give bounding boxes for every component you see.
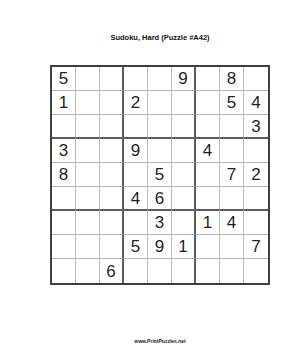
cell-r9c7[interactable]	[196, 259, 220, 283]
cell-r1c9[interactable]	[244, 67, 268, 91]
cell-r1c2[interactable]	[76, 67, 100, 91]
cell-r8c5: 9	[148, 235, 172, 259]
cell-r4c3[interactable]	[100, 139, 124, 163]
cell-r4c9[interactable]	[244, 139, 268, 163]
cell-r2c2[interactable]	[76, 91, 100, 115]
cell-r8c3[interactable]	[100, 235, 124, 259]
cell-r3c4[interactable]	[124, 115, 148, 139]
cell-r5c4[interactable]	[124, 163, 148, 187]
footer-url: www.PrintPuzzles.net	[20, 338, 301, 344]
cell-r6c6[interactable]	[172, 187, 196, 211]
cell-r8c1[interactable]	[52, 235, 76, 259]
cell-r4c1: 3	[52, 139, 76, 163]
cell-r1c6: 9	[172, 67, 196, 91]
cell-r4c7: 4	[196, 139, 220, 163]
cell-r3c5[interactable]	[148, 115, 172, 139]
cell-r5c3[interactable]	[100, 163, 124, 187]
cell-r1c5[interactable]	[148, 67, 172, 91]
cell-r2c5[interactable]	[148, 91, 172, 115]
cell-r7c3[interactable]	[100, 211, 124, 235]
cell-r8c6: 1	[172, 235, 196, 259]
cell-r3c6[interactable]	[172, 115, 196, 139]
cell-r8c8[interactable]	[220, 235, 244, 259]
cell-r7c4[interactable]	[124, 211, 148, 235]
cell-r8c9: 7	[244, 235, 268, 259]
cell-r5c6[interactable]	[172, 163, 196, 187]
cell-r9c8[interactable]	[220, 259, 244, 283]
cell-r3c2[interactable]	[76, 115, 100, 139]
cell-r9c3: 6	[100, 259, 124, 283]
cell-r4c2[interactable]	[76, 139, 100, 163]
cell-r1c3[interactable]	[100, 67, 124, 91]
cell-r2c8: 5	[220, 91, 244, 115]
cell-r7c5: 3	[148, 211, 172, 235]
cell-r7c6[interactable]	[172, 211, 196, 235]
cell-r5c5: 5	[148, 163, 172, 187]
cell-r6c3[interactable]	[100, 187, 124, 211]
cell-r5c2[interactable]	[76, 163, 100, 187]
cell-r5c8: 7	[220, 163, 244, 187]
cell-r1c8: 8	[220, 67, 244, 91]
cell-r2c6[interactable]	[172, 91, 196, 115]
cell-r7c7: 1	[196, 211, 220, 235]
cell-r6c7[interactable]	[196, 187, 220, 211]
cell-r8c7[interactable]	[196, 235, 220, 259]
cell-r2c3[interactable]	[100, 91, 124, 115]
cell-r1c1: 5	[52, 67, 76, 91]
cell-r1c7[interactable]	[196, 67, 220, 91]
cell-r7c9[interactable]	[244, 211, 268, 235]
cell-r4c5[interactable]	[148, 139, 172, 163]
cell-r2c7[interactable]	[196, 91, 220, 115]
cell-r4c8[interactable]	[220, 139, 244, 163]
cell-r7c1[interactable]	[52, 211, 76, 235]
cell-r7c8: 4	[220, 211, 244, 235]
cell-r5c1: 8	[52, 163, 76, 187]
cell-r3c9: 3	[244, 115, 268, 139]
cell-r6c8[interactable]	[220, 187, 244, 211]
page: Sudoku, Hard (Puzzle #A42) 5981254339485…	[20, 0, 301, 363]
cell-r3c1[interactable]	[52, 115, 76, 139]
cell-r6c9[interactable]	[244, 187, 268, 211]
sudoku-board: 5981254339485724631459176	[50, 65, 270, 285]
cell-r4c6[interactable]	[172, 139, 196, 163]
cell-r9c9[interactable]	[244, 259, 268, 283]
cell-r9c1[interactable]	[52, 259, 76, 283]
cell-r8c2[interactable]	[76, 235, 100, 259]
cell-r5c9: 2	[244, 163, 268, 187]
cell-r4c4: 9	[124, 139, 148, 163]
cell-r3c3[interactable]	[100, 115, 124, 139]
cell-r2c1: 1	[52, 91, 76, 115]
cell-r9c4[interactable]	[124, 259, 148, 283]
cell-r3c8[interactable]	[220, 115, 244, 139]
cell-r6c1[interactable]	[52, 187, 76, 211]
cell-r2c9: 4	[244, 91, 268, 115]
cell-r6c5: 6	[148, 187, 172, 211]
cell-r8c4: 5	[124, 235, 148, 259]
cell-r9c6[interactable]	[172, 259, 196, 283]
cell-r5c7[interactable]	[196, 163, 220, 187]
cell-r1c4[interactable]	[124, 67, 148, 91]
cell-r3c7[interactable]	[196, 115, 220, 139]
cell-r9c2[interactable]	[76, 259, 100, 283]
puzzle-title: Sudoku, Hard (Puzzle #A42)	[20, 33, 301, 42]
cell-r7c2[interactable]	[76, 211, 100, 235]
cell-r9c5[interactable]	[148, 259, 172, 283]
cell-r6c2[interactable]	[76, 187, 100, 211]
cell-r2c4: 2	[124, 91, 148, 115]
cell-r6c4: 4	[124, 187, 148, 211]
